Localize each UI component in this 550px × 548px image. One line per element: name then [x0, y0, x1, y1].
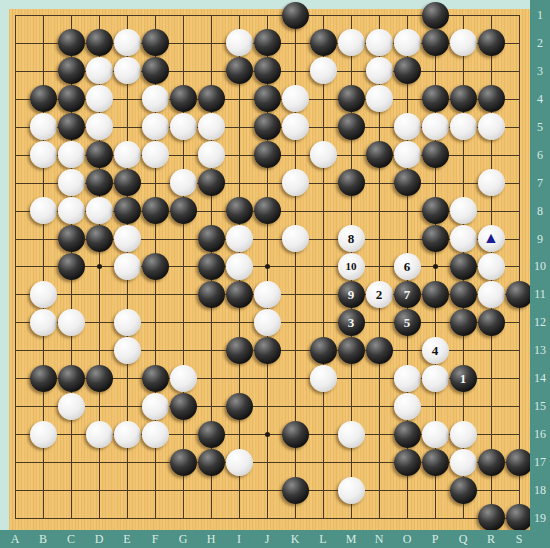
- white-stone[interactable]: [422, 113, 449, 140]
- move-number-label: 9: [348, 288, 355, 301]
- black-stone[interactable]: [58, 113, 85, 140]
- black-stone[interactable]: [478, 309, 505, 336]
- black-stone[interactable]: [198, 253, 225, 280]
- white-stone[interactable]: [142, 113, 169, 140]
- white-stone[interactable]: [30, 309, 57, 336]
- black-stone[interactable]: [58, 85, 85, 112]
- white-stone[interactable]: [338, 29, 365, 56]
- white-stone[interactable]: [30, 421, 57, 448]
- black-stone[interactable]: [422, 2, 449, 29]
- column-label: H: [207, 533, 216, 545]
- white-stone[interactable]: [58, 141, 85, 168]
- black-stone[interactable]: [142, 29, 169, 56]
- white-stone[interactable]: [86, 113, 113, 140]
- column-label: Q: [459, 533, 468, 545]
- row-label: 15: [534, 400, 546, 412]
- white-stone[interactable]: [86, 421, 113, 448]
- white-stone[interactable]: [450, 225, 477, 252]
- column-label: P: [432, 533, 439, 545]
- white-stone[interactable]: [30, 141, 57, 168]
- numbered-white-stone[interactable]: 10: [338, 253, 365, 280]
- white-stone[interactable]: [366, 85, 393, 112]
- white-stone[interactable]: [450, 113, 477, 140]
- black-stone[interactable]: [338, 169, 365, 196]
- black-stone[interactable]: [142, 365, 169, 392]
- white-stone[interactable]: [198, 141, 225, 168]
- white-stone[interactable]: [58, 169, 85, 196]
- black-stone[interactable]: [86, 365, 113, 392]
- black-stone[interactable]: [282, 477, 309, 504]
- triangle-mark: ▲: [483, 230, 499, 246]
- black-stone[interactable]: [450, 85, 477, 112]
- hoshi-dot: [97, 264, 102, 269]
- row-label: 14: [534, 372, 546, 384]
- black-stone[interactable]: [142, 253, 169, 280]
- black-stone[interactable]: [226, 281, 253, 308]
- move-number-label: 3: [348, 316, 355, 329]
- white-stone[interactable]: [226, 225, 253, 252]
- black-stone[interactable]: [282, 2, 309, 29]
- grid-line-horizontal: [15, 406, 520, 407]
- column-label: J: [265, 533, 270, 545]
- numbered-black-stone[interactable]: 5: [394, 309, 421, 336]
- black-stone[interactable]: [422, 225, 449, 252]
- white-stone[interactable]: [394, 393, 421, 420]
- row-label: 2: [537, 37, 543, 49]
- white-stone[interactable]: [114, 225, 141, 252]
- black-stone[interactable]: [198, 225, 225, 252]
- black-stone[interactable]: [478, 504, 505, 531]
- white-stone[interactable]: [282, 85, 309, 112]
- black-stone[interactable]: [198, 169, 225, 196]
- black-stone[interactable]: [310, 337, 337, 364]
- black-stone[interactable]: [478, 449, 505, 476]
- black-stone[interactable]: [170, 197, 197, 224]
- white-stone[interactable]: [226, 253, 253, 280]
- white-stone[interactable]: [394, 141, 421, 168]
- move-number-label: 8: [348, 232, 355, 245]
- black-stone[interactable]: [170, 393, 197, 420]
- column-label: G: [179, 533, 188, 545]
- white-stone[interactable]: [422, 421, 449, 448]
- hoshi-dot: [433, 264, 438, 269]
- black-stone[interactable]: [254, 337, 281, 364]
- column-label: R: [487, 533, 495, 545]
- white-stone[interactable]: [114, 337, 141, 364]
- white-stone[interactable]: [478, 253, 505, 280]
- black-stone[interactable]: [198, 85, 225, 112]
- black-stone[interactable]: [394, 169, 421, 196]
- white-stone[interactable]: [86, 197, 113, 224]
- white-stone[interactable]: [142, 141, 169, 168]
- black-stone[interactable]: [394, 421, 421, 448]
- white-stone[interactable]: [170, 113, 197, 140]
- black-stone[interactable]: [170, 85, 197, 112]
- black-stone[interactable]: [450, 309, 477, 336]
- white-stone[interactable]: [142, 393, 169, 420]
- grid-line-vertical: [519, 15, 520, 519]
- black-stone[interactable]: [226, 337, 253, 364]
- white-stone[interactable]: [30, 113, 57, 140]
- white-stone[interactable]: [142, 421, 169, 448]
- numbered-black-stone[interactable]: 1: [450, 365, 477, 392]
- white-stone[interactable]: [310, 141, 337, 168]
- black-stone[interactable]: [58, 365, 85, 392]
- white-stone[interactable]: [114, 29, 141, 56]
- row-label: 16: [534, 428, 546, 440]
- go-app-window: 8▲1069273541 ABCDEFGHIJKLMNOPQRS12345678…: [0, 0, 550, 548]
- white-stone[interactable]: [114, 253, 141, 280]
- white-stone[interactable]: [114, 141, 141, 168]
- white-stone[interactable]: [282, 113, 309, 140]
- black-stone[interactable]: [422, 197, 449, 224]
- black-stone[interactable]: [198, 281, 225, 308]
- numbered-black-stone[interactable]: 3: [338, 309, 365, 336]
- black-stone[interactable]: [366, 337, 393, 364]
- row-label: 6: [537, 149, 543, 161]
- numbered-black-stone[interactable]: 7: [394, 281, 421, 308]
- black-stone[interactable]: [478, 85, 505, 112]
- black-stone[interactable]: [422, 85, 449, 112]
- column-label: I: [237, 533, 241, 545]
- white-stone[interactable]: [254, 281, 281, 308]
- grid-line-horizontal: [15, 518, 520, 519]
- white-stone[interactable]: [394, 29, 421, 56]
- black-stone[interactable]: [86, 225, 113, 252]
- column-label: O: [403, 533, 412, 545]
- white-stone[interactable]: [366, 57, 393, 84]
- row-label: 3: [537, 65, 543, 77]
- black-stone[interactable]: [506, 504, 533, 531]
- numbered-black-stone[interactable]: 9: [338, 281, 365, 308]
- row-label: 18: [534, 484, 546, 496]
- black-stone[interactable]: [394, 57, 421, 84]
- black-stone[interactable]: [478, 29, 505, 56]
- white-stone[interactable]: [254, 309, 281, 336]
- black-stone[interactable]: [394, 449, 421, 476]
- row-label: 12: [534, 316, 546, 328]
- column-label: B: [39, 533, 47, 545]
- black-stone[interactable]: [58, 29, 85, 56]
- white-stone[interactable]: [366, 29, 393, 56]
- white-stone[interactable]: [114, 309, 141, 336]
- move-number-label: 1: [460, 372, 467, 385]
- black-stone[interactable]: [170, 449, 197, 476]
- numbered-white-stone[interactable]: 8: [338, 225, 365, 252]
- white-stone[interactable]: [450, 449, 477, 476]
- white-stone[interactable]: [282, 225, 309, 252]
- column-label: D: [95, 533, 104, 545]
- black-stone[interactable]: [58, 253, 85, 280]
- row-label: 11: [534, 288, 546, 300]
- move-number-label: 5: [404, 316, 411, 329]
- black-stone[interactable]: [226, 393, 253, 420]
- black-stone[interactable]: [114, 197, 141, 224]
- black-stone[interactable]: [366, 141, 393, 168]
- column-label: C: [67, 533, 75, 545]
- move-number-label: 6: [404, 260, 411, 273]
- black-stone[interactable]: [338, 85, 365, 112]
- black-stone[interactable]: [254, 141, 281, 168]
- black-stone[interactable]: [422, 281, 449, 308]
- black-stone[interactable]: [422, 29, 449, 56]
- black-stone[interactable]: [86, 29, 113, 56]
- white-stone[interactable]: [450, 197, 477, 224]
- white-stone[interactable]: [58, 309, 85, 336]
- row-label: 4: [537, 93, 543, 105]
- hoshi-dot: [265, 264, 270, 269]
- white-stone[interactable]: [226, 29, 253, 56]
- row-label: 5: [537, 121, 543, 133]
- black-stone[interactable]: [226, 57, 253, 84]
- black-stone[interactable]: [310, 29, 337, 56]
- black-stone[interactable]: [338, 337, 365, 364]
- row-label: 10: [534, 260, 546, 272]
- black-stone[interactable]: [254, 57, 281, 84]
- white-stone[interactable]: [86, 57, 113, 84]
- white-stone[interactable]: [58, 393, 85, 420]
- black-stone[interactable]: [282, 421, 309, 448]
- row-label: 19: [534, 512, 546, 524]
- white-stone[interactable]: [394, 113, 421, 140]
- black-stone[interactable]: [58, 57, 85, 84]
- white-stone[interactable]: [30, 197, 57, 224]
- white-stone[interactable]: [338, 421, 365, 448]
- black-stone[interactable]: [450, 253, 477, 280]
- row-label: 7: [537, 177, 543, 189]
- black-stone[interactable]: [114, 169, 141, 196]
- black-stone[interactable]: [86, 169, 113, 196]
- white-stone[interactable]: [170, 365, 197, 392]
- move-number-label: 2: [376, 288, 383, 301]
- white-stone[interactable]: [478, 281, 505, 308]
- black-stone[interactable]: [506, 449, 533, 476]
- white-stone[interactable]: [450, 29, 477, 56]
- triangle-marked-stone[interactable]: ▲: [478, 225, 505, 252]
- black-stone[interactable]: [30, 365, 57, 392]
- white-stone[interactable]: [142, 85, 169, 112]
- white-stone[interactable]: [30, 281, 57, 308]
- column-label: N: [375, 533, 384, 545]
- row-label: 17: [534, 456, 546, 468]
- go-board[interactable]: 8▲1069273541: [9, 9, 530, 530]
- row-label: 1: [537, 9, 543, 21]
- black-stone[interactable]: [30, 85, 57, 112]
- column-label: E: [123, 533, 130, 545]
- column-label: M: [346, 533, 357, 545]
- white-stone[interactable]: [422, 365, 449, 392]
- black-stone[interactable]: [422, 141, 449, 168]
- black-stone[interactable]: [198, 421, 225, 448]
- grid-line-vertical: [323, 15, 324, 519]
- move-number-label: 4: [432, 344, 439, 357]
- white-stone[interactable]: [310, 365, 337, 392]
- black-stone[interactable]: [254, 113, 281, 140]
- numbered-white-stone[interactable]: 4: [422, 337, 449, 364]
- black-stone[interactable]: [58, 225, 85, 252]
- black-stone[interactable]: [450, 477, 477, 504]
- white-stone[interactable]: [478, 169, 505, 196]
- black-stone[interactable]: [142, 197, 169, 224]
- move-number-label: 10: [346, 261, 357, 272]
- black-stone[interactable]: [338, 113, 365, 140]
- black-stone[interactable]: [254, 197, 281, 224]
- white-stone[interactable]: [86, 85, 113, 112]
- numbered-white-stone[interactable]: 2: [366, 281, 393, 308]
- black-stone[interactable]: [198, 449, 225, 476]
- white-stone[interactable]: [338, 477, 365, 504]
- column-label: A: [11, 533, 20, 545]
- column-label: F: [152, 533, 159, 545]
- row-label: 13: [534, 344, 546, 356]
- column-label: S: [516, 533, 523, 545]
- row-label: 9: [537, 233, 543, 245]
- black-stone[interactable]: [450, 281, 477, 308]
- white-stone[interactable]: [282, 169, 309, 196]
- move-number-label: 7: [404, 288, 411, 301]
- hoshi-dot: [265, 432, 270, 437]
- white-stone[interactable]: [198, 113, 225, 140]
- column-label: K: [291, 533, 300, 545]
- white-stone[interactable]: [478, 113, 505, 140]
- white-stone[interactable]: [114, 57, 141, 84]
- grid-line-horizontal: [15, 490, 520, 491]
- black-stone[interactable]: [86, 141, 113, 168]
- black-stone[interactable]: [142, 57, 169, 84]
- black-stone[interactable]: [506, 281, 533, 308]
- white-stone[interactable]: [58, 197, 85, 224]
- numbered-white-stone[interactable]: 6: [394, 253, 421, 280]
- row-label: 8: [537, 205, 543, 217]
- white-stone[interactable]: [170, 169, 197, 196]
- black-stone[interactable]: [226, 197, 253, 224]
- white-stone[interactable]: [226, 449, 253, 476]
- black-stone[interactable]: [254, 29, 281, 56]
- white-stone[interactable]: [114, 421, 141, 448]
- black-stone[interactable]: [254, 85, 281, 112]
- white-stone[interactable]: [394, 365, 421, 392]
- column-label: L: [319, 533, 326, 545]
- white-stone[interactable]: [310, 57, 337, 84]
- black-stone[interactable]: [422, 449, 449, 476]
- white-stone[interactable]: [450, 421, 477, 448]
